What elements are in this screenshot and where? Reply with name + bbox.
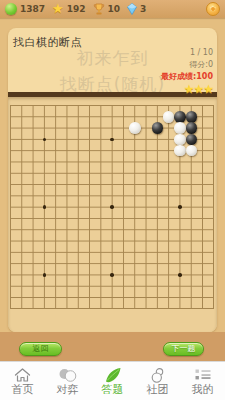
- earned-stars: ★★★: [161, 83, 213, 96]
- score-text: 得分:0: [161, 59, 213, 71]
- hoshi-point: [178, 205, 182, 209]
- nav-label-club: 社团: [147, 384, 169, 396]
- coins-value: 1387: [20, 4, 45, 14]
- back-button[interactable]: 返回: [19, 342, 62, 356]
- gem-icon: [127, 3, 137, 15]
- white-stone: [174, 122, 186, 134]
- hoshi-point: [43, 138, 47, 142]
- board-grid[interactable]: [10, 105, 214, 309]
- nav-item-play[interactable]: 对弈: [45, 362, 90, 400]
- top-stats-bar: 1387 ★ 192 10 3 ★: [0, 0, 225, 18]
- nav-item-home[interactable]: 首页: [0, 362, 45, 400]
- profile-list-icon: [194, 366, 212, 383]
- progress-counter: 1 / 10: [161, 47, 213, 59]
- hoshi-point: [43, 205, 47, 209]
- green-ball-icon: [5, 3, 17, 15]
- trophy-icon: [93, 3, 105, 16]
- gems-stat: 3: [127, 3, 146, 15]
- earned-star-icon: ★: [203, 82, 213, 96]
- button-band: 返回 下一题: [0, 332, 225, 362]
- score-block: 1 / 10 得分:0 最好成绩:100 ★★★: [161, 47, 213, 96]
- black-stone: [186, 111, 198, 123]
- hoshi-point: [110, 205, 114, 209]
- group-icon: [148, 366, 167, 383]
- earned-star-icon: ★: [184, 82, 194, 96]
- coin-dot: [211, 7, 215, 11]
- coin-button[interactable]: ★: [206, 2, 220, 16]
- bottom-nav: 首页 对弈 答题 社团: [0, 361, 225, 400]
- nav-item-mine[interactable]: 我的: [180, 362, 225, 400]
- gems-value: 3: [140, 4, 146, 14]
- coins-stat: 1387: [5, 3, 45, 15]
- hoshi-point: [178, 273, 182, 277]
- go-stones-icon: [57, 366, 78, 383]
- hoshi-point: [110, 273, 114, 277]
- white-stone: [186, 145, 198, 157]
- trophies-value: 10: [108, 4, 121, 14]
- hoshi-point: [110, 138, 114, 142]
- stars-stat: ★ 192: [52, 3, 85, 15]
- black-stone: [174, 111, 186, 123]
- leaf-icon: [104, 366, 122, 383]
- nav-label-mine: 我的: [192, 384, 214, 396]
- nav-label-home: 首页: [12, 384, 34, 396]
- nav-label-play: 对弈: [57, 384, 79, 396]
- nav-item-answer[interactable]: 答题: [90, 362, 135, 400]
- stars-value: 192: [67, 4, 86, 14]
- hoshi-point: [43, 273, 47, 277]
- trophies-stat: 10: [93, 3, 121, 16]
- white-stone: [129, 122, 141, 134]
- next-button[interactable]: 下一题: [163, 342, 204, 356]
- black-stone: [186, 122, 198, 134]
- white-stone: [174, 134, 186, 146]
- go-board: [8, 97, 217, 332]
- home-icon: [13, 366, 32, 383]
- black-stone: [152, 122, 164, 134]
- puzzle-panel: 找白棋的断点 初来乍到 找断点(随机) 1 / 10 得分:0 最好成绩:100…: [8, 28, 217, 332]
- white-stone: [163, 111, 175, 123]
- nav-label-answer: 答题: [102, 384, 124, 396]
- white-stone: [174, 145, 186, 157]
- earned-star-icon: ★: [193, 82, 203, 96]
- black-stone: [186, 134, 198, 146]
- star-icon: ★: [52, 3, 64, 15]
- nav-item-club[interactable]: 社团: [135, 362, 180, 400]
